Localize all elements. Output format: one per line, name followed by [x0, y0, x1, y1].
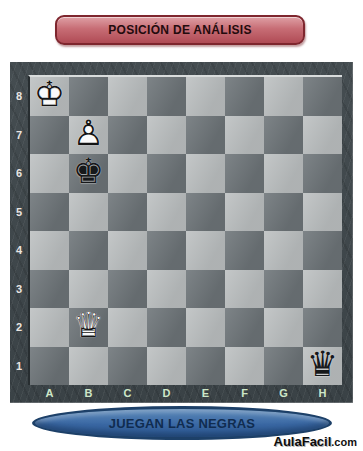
square-c5: [108, 193, 147, 232]
square-g6: [264, 154, 303, 193]
black-king: ♚: [69, 154, 108, 193]
square-e3: [186, 270, 225, 309]
white-queen: ♛♕: [69, 308, 108, 347]
square-e5: [186, 193, 225, 232]
square-c8: [108, 77, 147, 116]
square-a8: ♚♔: [30, 77, 69, 116]
square-b1: [69, 347, 108, 386]
square-g8: [264, 77, 303, 116]
square-f3: [225, 270, 264, 309]
square-d1: [147, 347, 186, 386]
square-b7: ♟♙: [69, 116, 108, 155]
square-b6: ♚: [69, 154, 108, 193]
file-label-e: E: [186, 385, 225, 401]
square-h7: [303, 116, 342, 155]
rank-label-4: 4: [10, 231, 28, 270]
chess-board: 87654321 ♚♔♟♙♚♛♕♛ ABCDEFGH: [10, 62, 353, 403]
square-e2: [186, 308, 225, 347]
square-g3: [264, 270, 303, 309]
file-label-a: A: [30, 385, 69, 401]
square-d6: [147, 154, 186, 193]
square-f6: [225, 154, 264, 193]
rank-label-1: 1: [10, 347, 28, 386]
square-b8: [69, 77, 108, 116]
file-label-b: B: [69, 385, 108, 401]
rank-label-5: 5: [10, 193, 28, 232]
rank-labels: 87654321: [10, 77, 28, 385]
file-label-h: H: [303, 385, 342, 401]
square-h3: [303, 270, 342, 309]
square-d7: [147, 116, 186, 155]
rank-label-7: 7: [10, 116, 28, 155]
file-labels: ABCDEFGH: [30, 385, 342, 401]
file-label-g: G: [264, 385, 303, 401]
analysis-banner-label: POSICIÓN DE ANÁLISIS: [108, 23, 252, 37]
square-f7: [225, 116, 264, 155]
square-a7: [30, 116, 69, 155]
square-c7: [108, 116, 147, 155]
square-f8: [225, 77, 264, 116]
square-b3: [69, 270, 108, 309]
square-f5: [225, 193, 264, 232]
white-king: ♚♔: [30, 77, 69, 116]
square-e8: [186, 77, 225, 116]
square-h6: [303, 154, 342, 193]
square-a3: [30, 270, 69, 309]
square-e1: [186, 347, 225, 386]
file-label-d: D: [147, 385, 186, 401]
file-label-f: F: [225, 385, 264, 401]
square-c6: [108, 154, 147, 193]
square-c1: [108, 347, 147, 386]
square-a4: [30, 231, 69, 270]
square-d5: [147, 193, 186, 232]
board-squares: ♚♔♟♙♚♛♕♛: [28, 75, 342, 385]
square-g7: [264, 116, 303, 155]
square-e4: [186, 231, 225, 270]
square-a2: [30, 308, 69, 347]
square-a1: [30, 347, 69, 386]
square-d4: [147, 231, 186, 270]
square-b5: [69, 193, 108, 232]
square-b4: [69, 231, 108, 270]
square-d8: [147, 77, 186, 116]
square-h4: [303, 231, 342, 270]
square-a6: [30, 154, 69, 193]
rank-label-8: 8: [10, 77, 28, 116]
square-h5: [303, 193, 342, 232]
turn-banner-label: JUEGAN LAS NEGRAS: [109, 416, 255, 431]
square-d3: [147, 270, 186, 309]
square-a5: [30, 193, 69, 232]
square-g1: [264, 347, 303, 386]
square-c3: [108, 270, 147, 309]
white-pawn: ♟♙: [69, 116, 108, 155]
square-d2: [147, 308, 186, 347]
square-h8: [303, 77, 342, 116]
square-c2: [108, 308, 147, 347]
square-e7: [186, 116, 225, 155]
rank-label-6: 6: [10, 154, 28, 193]
square-g2: [264, 308, 303, 347]
brand-name[interactable]: AulaFacil: [274, 434, 332, 449]
rank-label-3: 3: [10, 270, 28, 309]
square-f4: [225, 231, 264, 270]
analysis-banner: POSICIÓN DE ANÁLISIS: [55, 15, 305, 45]
square-g4: [264, 231, 303, 270]
square-b2: ♛♕: [69, 308, 108, 347]
square-g5: [264, 193, 303, 232]
square-e6: [186, 154, 225, 193]
brand-suffix[interactable]: .com: [331, 436, 357, 448]
square-h2: [303, 308, 342, 347]
square-f2: [225, 308, 264, 347]
black-queen: ♛: [303, 347, 342, 386]
square-h1: ♛: [303, 347, 342, 386]
square-c4: [108, 231, 147, 270]
brand-logo[interactable]: AulaFacil.com: [274, 432, 357, 450]
rank-label-2: 2: [10, 308, 28, 347]
square-f1: [225, 347, 264, 386]
file-label-c: C: [108, 385, 147, 401]
